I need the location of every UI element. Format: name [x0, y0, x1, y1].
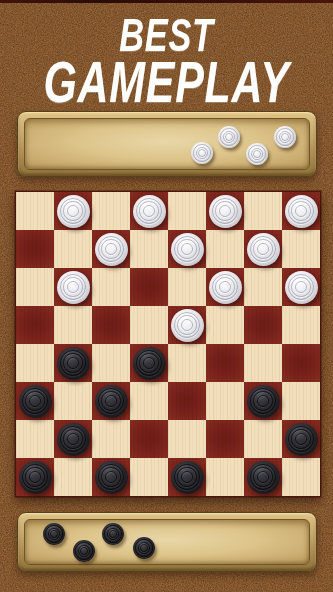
checker-ring: [177, 315, 196, 334]
checker-ring: [212, 198, 238, 224]
checker-ring: [223, 131, 236, 144]
checker-black[interactable]: [247, 385, 280, 418]
checker-black: [102, 523, 124, 545]
board-cell-g6: [244, 268, 282, 306]
board-cell-h1: [282, 458, 320, 496]
checker-ring: [140, 544, 148, 552]
board-cell-c8: [92, 192, 130, 230]
board-cell-f1: [206, 458, 244, 496]
checker-black[interactable]: [285, 423, 318, 456]
checker-ring: [174, 464, 200, 490]
checker-ring: [60, 274, 86, 300]
checker-ring: [29, 471, 41, 483]
checker-ring: [48, 528, 61, 541]
board-cell-f3: [206, 382, 244, 420]
checker-ring: [63, 277, 82, 296]
checker-ring: [50, 530, 58, 538]
checker-black: [133, 537, 155, 559]
board: [15, 191, 321, 497]
checker-white[interactable]: [95, 233, 128, 266]
tray-surface: [24, 519, 310, 565]
board-cell-a1[interactable]: [16, 458, 54, 496]
checker-ring: [253, 467, 272, 486]
board-cell-g5[interactable]: [244, 306, 282, 344]
board-cell-b5: [54, 306, 92, 344]
checker-ring: [22, 464, 48, 490]
checker-white[interactable]: [171, 309, 204, 342]
checker-ring: [181, 319, 193, 331]
board-cell-b6[interactable]: [54, 268, 92, 306]
checker-ring: [143, 357, 155, 369]
checker-ring: [135, 539, 153, 557]
board-cell-f5: [206, 306, 244, 344]
checker-ring: [295, 281, 307, 293]
checker-ring: [253, 391, 272, 410]
board-cell-b1: [54, 458, 92, 496]
checker-white[interactable]: [247, 233, 280, 266]
checker-ring: [295, 205, 307, 217]
checker-ring: [225, 133, 233, 141]
board-cell-a2: [16, 420, 54, 458]
board-cell-g2: [244, 420, 282, 458]
checker-ring: [67, 433, 79, 445]
board-cell-e7[interactable]: [168, 230, 206, 268]
checker-black: [43, 523, 65, 545]
board-cell-b8[interactable]: [54, 192, 92, 230]
board-cell-b7: [54, 230, 92, 268]
board-cell-f4[interactable]: [206, 344, 244, 382]
checker-black[interactable]: [57, 423, 90, 456]
checker-white[interactable]: [209, 271, 242, 304]
checker-black[interactable]: [57, 347, 90, 380]
checker-ring: [174, 236, 200, 262]
checker-black[interactable]: [19, 461, 52, 494]
checker-ring: [75, 542, 93, 560]
checker-black[interactable]: [171, 461, 204, 494]
board-cell-d8[interactable]: [130, 192, 168, 230]
checker-ring: [257, 395, 269, 407]
board-cell-a6: [16, 268, 54, 306]
checker-ring: [193, 144, 211, 162]
checker-ring: [107, 528, 120, 541]
board-cell-c7[interactable]: [92, 230, 130, 268]
board-cell-d1: [130, 458, 168, 496]
checker-ring: [181, 243, 193, 255]
board-cell-e6: [168, 268, 206, 306]
checker-ring: [198, 149, 206, 157]
checker-ring: [60, 350, 86, 376]
checker-ring: [288, 426, 314, 452]
checker-black[interactable]: [95, 461, 128, 494]
checker-ring: [63, 429, 82, 448]
checker-ring: [63, 353, 82, 372]
tray-surface: [24, 118, 310, 170]
checker-white[interactable]: [209, 195, 242, 228]
checker-white[interactable]: [133, 195, 166, 228]
board-cell-e5[interactable]: [168, 306, 206, 344]
checker-black[interactable]: [19, 385, 52, 418]
board-cell-h7: [282, 230, 320, 268]
checker-ring: [281, 133, 289, 141]
board-cell-f6[interactable]: [206, 268, 244, 306]
board-cell-b2[interactable]: [54, 420, 92, 458]
board-cell-a4: [16, 344, 54, 382]
board-cell-h2[interactable]: [282, 420, 320, 458]
checker-white[interactable]: [285, 271, 318, 304]
board-cell-d3: [130, 382, 168, 420]
checker-ring: [288, 198, 314, 224]
page-background: BEST GAMEPLAY: [0, 0, 333, 592]
checker-white: [191, 142, 213, 164]
checker-ring: [67, 281, 79, 293]
checker-ring: [22, 388, 48, 414]
checker-ring: [98, 236, 124, 262]
checker-ring: [104, 525, 122, 543]
checker-ring: [253, 150, 261, 158]
board-cell-d4[interactable]: [130, 344, 168, 382]
board-cell-c5[interactable]: [92, 306, 130, 344]
board-cell-d2[interactable]: [130, 420, 168, 458]
checker-ring: [181, 471, 193, 483]
checker-ring: [288, 274, 314, 300]
checker-ring: [250, 388, 276, 414]
board-cell-e2: [168, 420, 206, 458]
checker-ring: [219, 205, 231, 217]
checker-ring: [196, 147, 209, 160]
checker-ring: [291, 277, 310, 296]
checker-ring: [250, 236, 276, 262]
checker-ring: [45, 525, 63, 543]
board-cell-e4: [168, 344, 206, 382]
checker-ring: [143, 205, 155, 217]
checker-ring: [253, 239, 272, 258]
board-cell-f7: [206, 230, 244, 268]
checker-ring: [60, 426, 86, 452]
checker-white[interactable]: [171, 233, 204, 266]
board-cell-d5: [130, 306, 168, 344]
board-cell-c3[interactable]: [92, 382, 130, 420]
board-cell-d6[interactable]: [130, 268, 168, 306]
checker-ring: [276, 128, 294, 146]
checker-ring: [257, 243, 269, 255]
checker-ring: [136, 350, 162, 376]
checker-black[interactable]: [247, 461, 280, 494]
checker-ring: [101, 391, 120, 410]
board-cell-g1[interactable]: [244, 458, 282, 496]
checker-ring: [136, 198, 162, 224]
checker-ring: [177, 467, 196, 486]
board-cell-h6[interactable]: [282, 268, 320, 306]
board-cell-g8: [244, 192, 282, 230]
checker-ring: [101, 239, 120, 258]
top-edge-strip: [0, 0, 333, 3]
checker-ring: [291, 429, 310, 448]
board-cell-h4[interactable]: [282, 344, 320, 382]
checker-ring: [219, 281, 231, 293]
checker-ring: [78, 545, 91, 558]
captured-tray-black: [17, 512, 317, 572]
board-cell-c1[interactable]: [92, 458, 130, 496]
checker-ring: [25, 467, 44, 486]
board-cell-c6: [92, 268, 130, 306]
checker-ring: [60, 198, 86, 224]
checker-ring: [251, 148, 264, 161]
checker-white[interactable]: [57, 271, 90, 304]
board-cell-f2[interactable]: [206, 420, 244, 458]
checker-ring: [215, 201, 234, 220]
checker-ring: [138, 542, 151, 555]
checker-ring: [139, 353, 158, 372]
checker-ring: [248, 145, 266, 163]
checker-white[interactable]: [285, 195, 318, 228]
checker-white: [218, 126, 240, 148]
board-cell-h8[interactable]: [282, 192, 320, 230]
checker-ring: [80, 547, 88, 555]
checker-ring: [174, 312, 200, 338]
checker-ring: [291, 201, 310, 220]
checker-ring: [25, 391, 44, 410]
checker-ring: [67, 205, 79, 217]
board-cell-b3: [54, 382, 92, 420]
checker-ring: [63, 201, 82, 220]
checker-ring: [215, 277, 234, 296]
checker-ring: [139, 201, 158, 220]
checker-black[interactable]: [133, 347, 166, 380]
checker-ring: [98, 464, 124, 490]
board-cell-a5[interactable]: [16, 306, 54, 344]
board-cell-d7: [130, 230, 168, 268]
checker-ring: [250, 464, 276, 490]
checker-ring: [105, 471, 117, 483]
checker-ring: [67, 357, 79, 369]
checker-black: [73, 540, 95, 562]
board-cell-a8: [16, 192, 54, 230]
checker-ring: [212, 274, 238, 300]
board-cell-g3[interactable]: [244, 382, 282, 420]
title-line-gameplay: GAMEPLAY: [37, 48, 297, 116]
board-cell-g7[interactable]: [244, 230, 282, 268]
checker-ring: [257, 471, 269, 483]
checker-black[interactable]: [95, 385, 128, 418]
board-cell-g4: [244, 344, 282, 382]
checker-ring: [295, 433, 307, 445]
checker-ring: [105, 395, 117, 407]
checker-ring: [105, 243, 117, 255]
checker-ring: [220, 128, 238, 146]
board-cell-e1[interactable]: [168, 458, 206, 496]
checker-ring: [101, 467, 120, 486]
board-cell-b4[interactable]: [54, 344, 92, 382]
board-cell-e8: [168, 192, 206, 230]
board-cell-a3[interactable]: [16, 382, 54, 420]
board-cell-f8[interactable]: [206, 192, 244, 230]
board-cell-e3[interactable]: [168, 382, 206, 420]
board-cell-a7[interactable]: [16, 230, 54, 268]
board-cell-h5: [282, 306, 320, 344]
checker-white: [246, 143, 268, 165]
checker-white[interactable]: [57, 195, 90, 228]
board-cell-c4: [92, 344, 130, 382]
checker-ring: [29, 395, 41, 407]
checker-ring: [109, 530, 117, 538]
checker-ring: [279, 131, 292, 144]
checker-ring: [177, 239, 196, 258]
board-cell-h3: [282, 382, 320, 420]
captured-tray-white: [17, 111, 317, 177]
checker-ring: [98, 388, 124, 414]
board-cell-c2: [92, 420, 130, 458]
checker-white: [274, 126, 296, 148]
